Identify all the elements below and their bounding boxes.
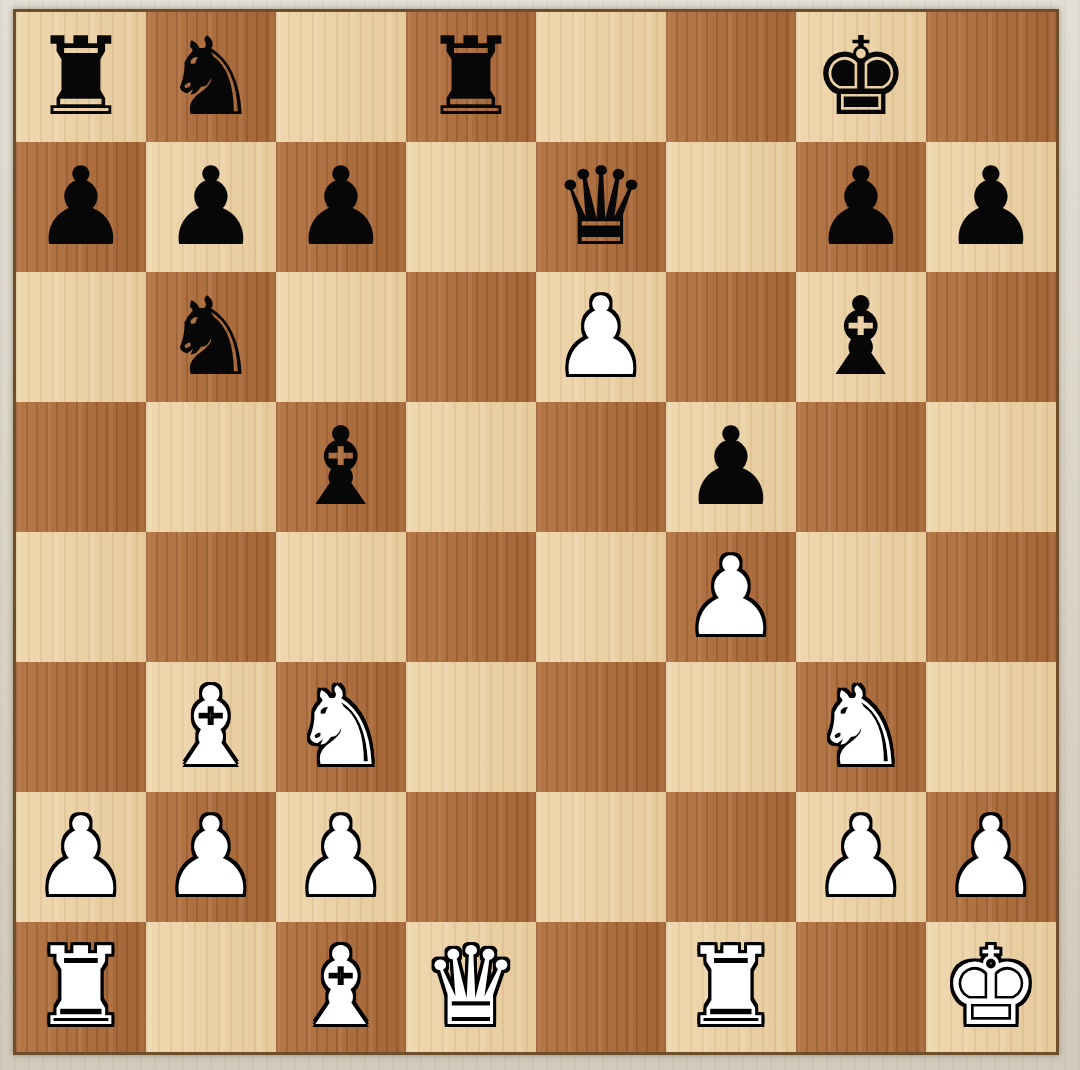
square-a8[interactable]: ♜ (16, 12, 146, 142)
square-c3[interactable]: ♞ (276, 662, 406, 792)
square-c6[interactable] (276, 272, 406, 402)
square-e1[interactable] (536, 922, 666, 1052)
square-a1[interactable]: ♜ (16, 922, 146, 1052)
square-b6[interactable]: ♞ (146, 272, 276, 402)
square-d6[interactable] (406, 272, 536, 402)
square-a6[interactable] (16, 272, 146, 402)
square-g1[interactable] (796, 922, 926, 1052)
square-d2[interactable] (406, 792, 536, 922)
piece-white-pawn[interactable]: ♟ (163, 792, 260, 922)
piece-white-knight[interactable]: ♞ (813, 662, 910, 792)
square-d5[interactable] (406, 402, 536, 532)
square-b2[interactable]: ♟ (146, 792, 276, 922)
square-g7[interactable]: ♟ (796, 142, 926, 272)
square-g3[interactable]: ♞ (796, 662, 926, 792)
square-f7[interactable] (666, 142, 796, 272)
square-h4[interactable] (926, 532, 1056, 662)
square-b1[interactable] (146, 922, 276, 1052)
square-c4[interactable] (276, 532, 406, 662)
square-e6[interactable]: ♟ (536, 272, 666, 402)
piece-black-pawn[interactable]: ♟ (33, 142, 130, 272)
square-f2[interactable] (666, 792, 796, 922)
square-f1[interactable]: ♜ (666, 922, 796, 1052)
square-e3[interactable] (536, 662, 666, 792)
square-g8[interactable]: ♚ (796, 12, 926, 142)
square-b4[interactable] (146, 532, 276, 662)
square-b8[interactable]: ♞ (146, 12, 276, 142)
square-a7[interactable]: ♟ (16, 142, 146, 272)
square-b7[interactable]: ♟ (146, 142, 276, 272)
square-g6[interactable]: ♝ (796, 272, 926, 402)
square-g2[interactable]: ♟ (796, 792, 926, 922)
piece-white-pawn[interactable]: ♟ (943, 792, 1040, 922)
piece-white-queen[interactable]: ♛ (423, 922, 520, 1052)
square-b3[interactable]: ♝ (146, 662, 276, 792)
piece-black-rook[interactable]: ♜ (33, 12, 130, 142)
square-d3[interactable] (406, 662, 536, 792)
piece-white-pawn[interactable]: ♟ (683, 532, 780, 662)
piece-white-bishop[interactable]: ♝ (163, 662, 260, 792)
piece-white-pawn[interactable]: ♟ (33, 792, 130, 922)
chess-board: ♜♞♜♚♟♟♟♛♟♟♞♟♝♝♟♟♝♞♞♟♟♟♟♟♜♝♛♜♚ (16, 12, 1056, 1052)
square-f8[interactable] (666, 12, 796, 142)
square-g5[interactable] (796, 402, 926, 532)
square-e7[interactable]: ♛ (536, 142, 666, 272)
piece-black-rook[interactable]: ♜ (423, 12, 520, 142)
square-e5[interactable] (536, 402, 666, 532)
piece-white-pawn[interactable]: ♟ (553, 272, 650, 402)
square-f6[interactable] (666, 272, 796, 402)
piece-white-pawn[interactable]: ♟ (813, 792, 910, 922)
square-a5[interactable] (16, 402, 146, 532)
square-c5[interactable]: ♝ (276, 402, 406, 532)
piece-white-bishop[interactable]: ♝ (293, 922, 390, 1052)
square-f3[interactable] (666, 662, 796, 792)
square-h3[interactable] (926, 662, 1056, 792)
piece-black-pawn[interactable]: ♟ (943, 142, 1040, 272)
piece-black-pawn[interactable]: ♟ (683, 402, 780, 532)
square-a2[interactable]: ♟ (16, 792, 146, 922)
square-c7[interactable]: ♟ (276, 142, 406, 272)
square-c8[interactable] (276, 12, 406, 142)
square-a3[interactable] (16, 662, 146, 792)
square-c2[interactable]: ♟ (276, 792, 406, 922)
piece-black-bishop[interactable]: ♝ (813, 272, 910, 402)
piece-black-knight[interactable]: ♞ (163, 272, 260, 402)
piece-white-rook[interactable]: ♜ (33, 922, 130, 1052)
piece-black-bishop[interactable]: ♝ (293, 402, 390, 532)
square-h6[interactable] (926, 272, 1056, 402)
square-d1[interactable]: ♛ (406, 922, 536, 1052)
piece-black-pawn[interactable]: ♟ (813, 142, 910, 272)
piece-black-knight[interactable]: ♞ (163, 12, 260, 142)
piece-black-pawn[interactable]: ♟ (163, 142, 260, 272)
piece-white-knight[interactable]: ♞ (293, 662, 390, 792)
square-e4[interactable] (536, 532, 666, 662)
square-d4[interactable] (406, 532, 536, 662)
square-f4[interactable]: ♟ (666, 532, 796, 662)
square-c1[interactable]: ♝ (276, 922, 406, 1052)
piece-white-rook[interactable]: ♜ (683, 922, 780, 1052)
square-h1[interactable]: ♚ (926, 922, 1056, 1052)
piece-black-pawn[interactable]: ♟ (293, 142, 390, 272)
square-d8[interactable]: ♜ (406, 12, 536, 142)
piece-black-king[interactable]: ♚ (813, 12, 910, 142)
piece-black-queen[interactable]: ♛ (553, 142, 650, 272)
square-d7[interactable] (406, 142, 536, 272)
board-frame: ♜♞♜♚♟♟♟♛♟♟♞♟♝♝♟♟♝♞♞♟♟♟♟♟♜♝♛♜♚ (13, 9, 1059, 1055)
piece-white-king[interactable]: ♚ (943, 922, 1040, 1052)
square-h7[interactable]: ♟ (926, 142, 1056, 272)
square-b5[interactable] (146, 402, 276, 532)
square-e8[interactable] (536, 12, 666, 142)
square-e2[interactable] (536, 792, 666, 922)
square-h2[interactable]: ♟ (926, 792, 1056, 922)
square-g4[interactable] (796, 532, 926, 662)
square-h5[interactable] (926, 402, 1056, 532)
square-a4[interactable] (16, 532, 146, 662)
piece-white-pawn[interactable]: ♟ (293, 792, 390, 922)
square-h8[interactable] (926, 12, 1056, 142)
square-f5[interactable]: ♟ (666, 402, 796, 532)
